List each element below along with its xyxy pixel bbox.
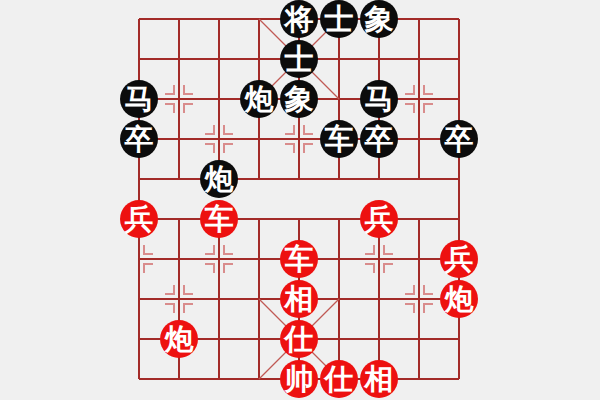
piece-red-soldier-1[interactable]: 兵 <box>119 199 159 239</box>
black-cannon-2-glyph: 炮 <box>200 160 238 198</box>
piece-red-advisor-1[interactable]: 仕 <box>279 319 319 359</box>
piece-red-general[interactable]: 帅 <box>279 359 319 399</box>
piece-red-advisor-2[interactable]: 仕 <box>319 359 359 399</box>
piece-black-elephant-1[interactable]: 象 <box>359 0 399 39</box>
piece-black-general[interactable]: 将 <box>279 0 319 39</box>
red-soldier-1-glyph: 兵 <box>120 200 158 238</box>
red-general-glyph: 帅 <box>280 360 318 398</box>
black-soldier-1-glyph: 卒 <box>120 120 158 158</box>
piece-red-cannon-2[interactable]: 炮 <box>159 319 199 359</box>
app-background: 将士象士马炮象马卒车卒卒炮兵车兵车兵相炮炮仕帅仕相 <box>0 0 600 400</box>
black-advisor-1-glyph: 士 <box>320 0 358 38</box>
piece-black-cannon-1[interactable]: 炮 <box>239 79 279 119</box>
red-chariot-1-glyph: 车 <box>200 200 238 238</box>
piece-red-chariot-1[interactable]: 车 <box>199 199 239 239</box>
piece-black-horse-1[interactable]: 马 <box>119 79 159 119</box>
red-cannon-1-glyph: 炮 <box>440 280 478 318</box>
red-elephant-2-glyph: 相 <box>360 360 398 398</box>
black-soldier-2-glyph: 卒 <box>360 120 398 158</box>
piece-red-elephant-1[interactable]: 相 <box>279 279 319 319</box>
piece-red-elephant-2[interactable]: 相 <box>359 359 399 399</box>
piece-black-cannon-2[interactable]: 炮 <box>199 159 239 199</box>
piece-black-chariot[interactable]: 车 <box>319 119 359 159</box>
black-horse-1-glyph: 马 <box>120 80 158 118</box>
black-elephant-1-glyph: 象 <box>360 0 398 38</box>
piece-black-soldier-3[interactable]: 卒 <box>439 119 479 159</box>
piece-black-horse-2[interactable]: 马 <box>359 79 399 119</box>
piece-red-soldier-2[interactable]: 兵 <box>359 199 399 239</box>
piece-red-cannon-1[interactable]: 炮 <box>439 279 479 319</box>
piece-black-soldier-1[interactable]: 卒 <box>119 119 159 159</box>
piece-black-elephant-2[interactable]: 象 <box>279 79 319 119</box>
red-soldier-3-glyph: 兵 <box>440 240 478 278</box>
red-advisor-1-glyph: 仕 <box>280 320 318 358</box>
xiangqi-board-grid[interactable]: 将士象士马炮象马卒车卒卒炮兵车兵车兵相炮炮仕帅仕相 <box>119 0 479 399</box>
black-chariot-glyph: 车 <box>320 120 358 158</box>
piece-red-chariot-2[interactable]: 车 <box>279 239 319 279</box>
black-advisor-2-glyph: 士 <box>280 40 318 78</box>
red-advisor-2-glyph: 仕 <box>320 360 358 398</box>
black-soldier-3-glyph: 卒 <box>440 120 478 158</box>
black-horse-2-glyph: 马 <box>360 80 398 118</box>
red-cannon-2-glyph: 炮 <box>160 320 198 358</box>
piece-red-soldier-3[interactable]: 兵 <box>439 239 479 279</box>
black-cannon-1-glyph: 炮 <box>240 80 278 118</box>
red-soldier-2-glyph: 兵 <box>360 200 398 238</box>
black-general-glyph: 将 <box>280 0 318 38</box>
piece-black-soldier-2[interactable]: 卒 <box>359 119 399 159</box>
red-chariot-2-glyph: 车 <box>280 240 318 278</box>
piece-black-advisor-1[interactable]: 士 <box>319 0 359 39</box>
xiangqi-board[interactable]: 将士象士马炮象马卒车卒卒炮兵车兵车兵相炮炮仕帅仕相 <box>119 0 479 399</box>
red-elephant-1-glyph: 相 <box>280 280 318 318</box>
black-elephant-2-glyph: 象 <box>280 80 318 118</box>
piece-black-advisor-2[interactable]: 士 <box>279 39 319 79</box>
